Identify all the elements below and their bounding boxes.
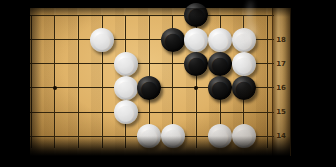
black-stone-glyph: ● xyxy=(187,52,205,76)
row-label-16: 16 xyxy=(272,84,290,92)
stone-black-H16: ● xyxy=(137,76,161,100)
stone-white-H14: ● xyxy=(137,124,161,148)
grid-line-col-C xyxy=(31,15,32,148)
video-frame: 1817161514 ●●●●●●●●●●●●●●●●●●● xyxy=(0,0,336,167)
row-label-18: 18 xyxy=(272,36,290,44)
white-stone-glyph: ● xyxy=(234,28,252,52)
grid-line-row-15 xyxy=(30,112,274,113)
stone-white-M17: ● xyxy=(232,52,256,76)
grid-line-row-19 xyxy=(30,15,274,16)
stone-white-L14: ● xyxy=(208,124,232,148)
stone-white-M14: ● xyxy=(232,124,256,148)
white-stone-glyph: ● xyxy=(164,124,182,148)
star-point-D16 xyxy=(53,86,57,90)
white-stone-glyph: ● xyxy=(211,124,229,148)
grid-line-col-E xyxy=(78,15,79,148)
black-stone-glyph: ● xyxy=(140,76,158,100)
stone-white-L18: ● xyxy=(208,28,232,52)
stone-white-J14: ● xyxy=(161,124,185,148)
stone-white-K18: ● xyxy=(184,28,208,52)
stone-white-G17: ● xyxy=(114,52,138,76)
row-label-14: 14 xyxy=(272,132,290,140)
white-stone-glyph: ● xyxy=(234,52,252,76)
white-stone-glyph: ● xyxy=(116,76,134,100)
white-stone-glyph: ● xyxy=(93,28,111,52)
stone-black-M16: ● xyxy=(232,76,256,100)
stone-white-G15: ● xyxy=(114,100,138,124)
white-stone-glyph: ● xyxy=(211,28,229,52)
stone-white-M18: ● xyxy=(232,28,256,52)
row-label-17: 17 xyxy=(272,60,290,68)
go-board[interactable]: 1817161514 ●●●●●●●●●●●●●●●●●●● xyxy=(30,8,290,156)
black-stone-glyph: ● xyxy=(187,3,205,27)
stone-white-G16: ● xyxy=(114,76,138,100)
white-stone-glyph: ● xyxy=(187,28,205,52)
black-stone-glyph: ● xyxy=(211,76,229,100)
stone-black-L16: ● xyxy=(208,76,232,100)
stone-black-K19: ● xyxy=(184,3,208,27)
stone-black-L17: ● xyxy=(208,52,232,76)
black-stone-glyph: ● xyxy=(234,76,252,100)
white-stone-glyph: ● xyxy=(116,52,134,76)
grid-line-col-N xyxy=(267,15,268,148)
white-stone-glyph: ● xyxy=(140,124,158,148)
row-label-15: 15 xyxy=(272,108,290,116)
black-stone-glyph: ● xyxy=(164,28,182,52)
stone-black-K17: ● xyxy=(184,52,208,76)
black-stone-glyph: ● xyxy=(211,52,229,76)
white-stone-glyph: ● xyxy=(116,100,134,124)
star-point-K16 xyxy=(194,86,198,90)
grid-line-col-D xyxy=(54,15,55,148)
stone-black-J18: ● xyxy=(161,28,185,52)
white-stone-glyph: ● xyxy=(234,124,252,148)
stone-white-F18: ● xyxy=(90,28,114,52)
